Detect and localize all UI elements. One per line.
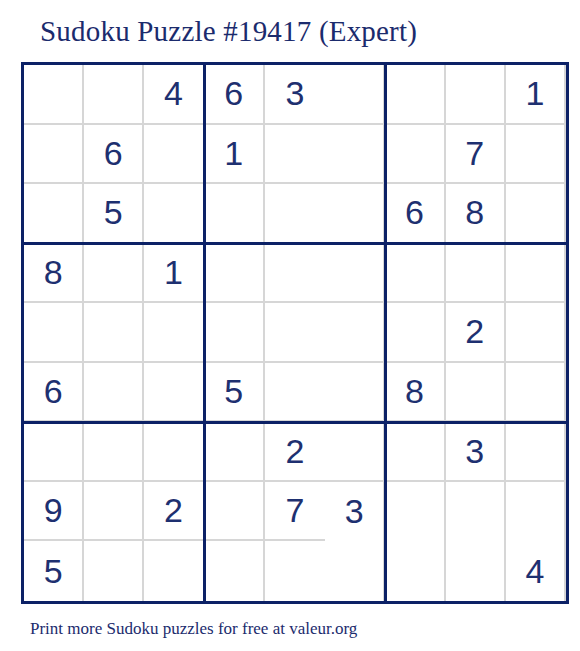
cell-r9c2[interactable] bbox=[84, 541, 144, 601]
footer-text: Print more Sudoku puzzles for free at va… bbox=[30, 619, 357, 639]
cell-r7c1[interactable] bbox=[24, 422, 84, 482]
cell-r8c8[interactable] bbox=[446, 482, 506, 542]
cell-r6c4[interactable]: 5 bbox=[205, 363, 265, 423]
cell-r4c1[interactable]: 8 bbox=[24, 244, 84, 304]
cell-r2c6[interactable] bbox=[325, 125, 385, 185]
cell-r4c7[interactable] bbox=[385, 244, 445, 304]
cell-r9c3[interactable] bbox=[144, 541, 204, 601]
cell-r8c3[interactable]: 2 bbox=[144, 482, 204, 542]
cell-r4c2[interactable] bbox=[84, 244, 144, 304]
cell-r5c4[interactable] bbox=[205, 303, 265, 363]
cell-r1c8[interactable] bbox=[446, 65, 506, 125]
cell-r7c3[interactable] bbox=[144, 422, 204, 482]
cell-r5c7[interactable] bbox=[385, 303, 445, 363]
cell-r3c1[interactable] bbox=[24, 184, 84, 244]
cell-r9c4[interactable] bbox=[205, 541, 265, 601]
cell-r1c2[interactable] bbox=[84, 65, 144, 125]
cell-r6c6[interactable] bbox=[325, 363, 385, 423]
cell-r1c3[interactable]: 4 bbox=[144, 65, 204, 125]
cell-r3c3[interactable] bbox=[144, 184, 204, 244]
cell-r1c1[interactable] bbox=[24, 65, 84, 125]
cell-r5c9[interactable] bbox=[506, 303, 566, 363]
cell-r2c2[interactable]: 6 bbox=[84, 125, 144, 185]
cell-r2c1[interactable] bbox=[24, 125, 84, 185]
box-border-vertical-2 bbox=[384, 65, 387, 601]
cell-r3c2[interactable]: 5 bbox=[84, 184, 144, 244]
cell-r2c4[interactable]: 1 bbox=[205, 125, 265, 185]
cell-r3c6[interactable] bbox=[325, 184, 385, 244]
cell-r7c5[interactable]: 2 bbox=[265, 422, 325, 482]
cell-r3c7[interactable]: 6 bbox=[385, 184, 445, 244]
cell-r2c9[interactable] bbox=[506, 125, 566, 185]
cell-r2c5[interactable] bbox=[265, 125, 325, 185]
cell-r4c8[interactable] bbox=[446, 244, 506, 304]
cell-r1c9[interactable]: 1 bbox=[506, 65, 566, 125]
cell-r9c7[interactable] bbox=[385, 541, 445, 601]
cell-r8c9[interactable] bbox=[506, 482, 566, 542]
cell-r9c8[interactable] bbox=[446, 541, 506, 601]
cell-r5c3[interactable] bbox=[144, 303, 204, 363]
cell-r1c4[interactable]: 6 bbox=[205, 65, 265, 125]
cell-r5c6[interactable] bbox=[325, 303, 385, 363]
cell-r5c1[interactable] bbox=[24, 303, 84, 363]
cell-r8c4[interactable] bbox=[205, 482, 265, 542]
cell-r6c9[interactable] bbox=[506, 363, 566, 423]
cell-r7c4[interactable] bbox=[205, 422, 265, 482]
box-border-horizontal-1 bbox=[24, 242, 566, 245]
cell-r1c5[interactable]: 3 bbox=[265, 65, 325, 125]
cell-r4c5[interactable] bbox=[265, 244, 325, 304]
cell-r3c9[interactable] bbox=[506, 184, 566, 244]
cell-r9c6[interactable] bbox=[325, 541, 385, 601]
page-title: Sudoku Puzzle #19417 (Expert) bbox=[40, 15, 417, 48]
cell-r7c2[interactable] bbox=[84, 422, 144, 482]
cell-r8c1[interactable]: 9 bbox=[24, 482, 84, 542]
cell-r7c8[interactable]: 3 bbox=[446, 422, 506, 482]
cell-r8c6[interactable]: 3 bbox=[325, 482, 385, 542]
cell-r4c9[interactable] bbox=[506, 244, 566, 304]
cell-r8c5[interactable]: 7 bbox=[265, 482, 325, 542]
cell-r3c4[interactable] bbox=[205, 184, 265, 244]
cell-r1c7[interactable] bbox=[385, 65, 445, 125]
sudoku-board: 463161756881265823927354 bbox=[21, 62, 569, 604]
cell-r3c5[interactable] bbox=[265, 184, 325, 244]
cell-r6c5[interactable] bbox=[265, 363, 325, 423]
cell-r3c8[interactable]: 8 bbox=[446, 184, 506, 244]
cell-r5c2[interactable] bbox=[84, 303, 144, 363]
cell-r5c5[interactable] bbox=[265, 303, 325, 363]
cell-r6c8[interactable] bbox=[446, 363, 506, 423]
cell-r8c2[interactable] bbox=[84, 482, 144, 542]
cell-r6c7[interactable]: 8 bbox=[385, 363, 445, 423]
cell-r7c6[interactable] bbox=[325, 422, 385, 482]
cell-r8c7[interactable] bbox=[385, 482, 445, 542]
cell-r1c6[interactable] bbox=[325, 65, 385, 125]
cell-r7c7[interactable] bbox=[385, 422, 445, 482]
cell-r7c9[interactable] bbox=[506, 422, 566, 482]
cell-r6c1[interactable]: 6 bbox=[24, 363, 84, 423]
cell-r4c3[interactable]: 1 bbox=[144, 244, 204, 304]
cell-r2c7[interactable] bbox=[385, 125, 445, 185]
cell-r4c4[interactable] bbox=[205, 244, 265, 304]
cell-r9c1[interactable]: 5 bbox=[24, 541, 84, 601]
box-border-horizontal-2 bbox=[24, 421, 566, 424]
cell-r6c2[interactable] bbox=[84, 363, 144, 423]
cell-r4c6[interactable] bbox=[325, 244, 385, 304]
cell-r5c8[interactable]: 2 bbox=[446, 303, 506, 363]
cell-r2c8[interactable]: 7 bbox=[446, 125, 506, 185]
cell-r9c9[interactable]: 4 bbox=[506, 541, 566, 601]
cell-r9c5[interactable] bbox=[265, 541, 325, 601]
cell-r6c3[interactable] bbox=[144, 363, 204, 423]
box-border-vertical-1 bbox=[203, 65, 206, 601]
cell-r2c3[interactable] bbox=[144, 125, 204, 185]
